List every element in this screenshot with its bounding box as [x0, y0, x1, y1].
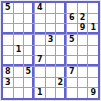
cell-r6c4[interactable]: 7 — [35, 56, 45, 66]
cell-r9c7[interactable] — [67, 88, 77, 98]
cell-r9c4[interactable]: 1 — [35, 88, 45, 98]
cell-r5c5[interactable] — [46, 46, 56, 56]
cell-r5c8[interactable] — [78, 46, 88, 56]
cell-r2c7[interactable]: 6 — [67, 14, 77, 24]
cell-r8c7[interactable] — [67, 78, 77, 88]
cell-r1c6[interactable] — [56, 3, 66, 13]
cell-r6c8[interactable] — [78, 56, 88, 66]
cell-r9c1[interactable] — [3, 88, 13, 98]
cell-r3c9[interactable]: 1 — [88, 24, 98, 34]
cell-r3c4[interactable] — [35, 24, 45, 34]
cell-r3c8[interactable]: 9 — [78, 24, 88, 34]
cell-r4c4[interactable] — [35, 35, 45, 45]
cell-r7c4[interactable] — [35, 67, 45, 77]
cell-r8c5[interactable] — [46, 78, 56, 88]
cell-r2c5[interactable] — [46, 14, 56, 24]
cell-r4c2[interactable] — [14, 35, 24, 45]
cell-r6c6[interactable] — [56, 56, 66, 66]
cell-r8c1[interactable]: 3 — [3, 78, 13, 88]
cell-r4c6[interactable] — [56, 35, 66, 45]
cell-r3c2[interactable] — [14, 24, 24, 34]
cell-r5c7[interactable] — [67, 46, 77, 56]
cell-r4c7[interactable]: 5 — [67, 35, 77, 45]
cell-r6c5[interactable] — [46, 56, 56, 66]
cell-r8c6[interactable]: 2 — [56, 78, 66, 88]
cell-r1c8[interactable] — [78, 3, 88, 13]
cell-r4c1[interactable] — [3, 35, 13, 45]
cell-r5c4[interactable] — [35, 46, 45, 56]
sudoku-board: 54629135178573219 — [0, 0, 101, 101]
cell-r1c9[interactable] — [88, 3, 98, 13]
cell-r6c7[interactable] — [67, 56, 77, 66]
cell-r1c7[interactable] — [67, 3, 77, 13]
cell-r2c3[interactable] — [24, 14, 34, 24]
cell-r4c9[interactable] — [88, 35, 98, 45]
cell-r4c8[interactable] — [78, 35, 88, 45]
cell-r8c9[interactable] — [88, 78, 98, 88]
cell-r4c3[interactable] — [24, 35, 34, 45]
cell-r3c1[interactable] — [3, 24, 13, 34]
cell-r8c3[interactable] — [24, 78, 34, 88]
cell-r5c6[interactable] — [56, 46, 66, 56]
cell-r7c3[interactable]: 5 — [24, 67, 34, 77]
cell-r9c9[interactable]: 9 — [88, 88, 98, 98]
cell-r2c6[interactable] — [56, 14, 66, 24]
cell-r2c9[interactable] — [88, 14, 98, 24]
cell-r3c6[interactable] — [56, 24, 66, 34]
cell-r6c1[interactable] — [3, 56, 13, 66]
cell-r7c8[interactable] — [78, 67, 88, 77]
cell-r7c2[interactable] — [14, 67, 24, 77]
cell-r2c1[interactable] — [3, 14, 13, 24]
cell-r6c3[interactable] — [24, 56, 34, 66]
cell-r9c2[interactable] — [14, 88, 24, 98]
cell-r7c6[interactable] — [56, 67, 66, 77]
cell-r9c8[interactable] — [78, 88, 88, 98]
cell-r3c3[interactable] — [24, 24, 34, 34]
cell-r1c2[interactable] — [14, 3, 24, 13]
cell-r1c5[interactable] — [46, 3, 56, 13]
cell-r2c8[interactable]: 2 — [78, 14, 88, 24]
cell-r7c7[interactable]: 7 — [67, 67, 77, 77]
cell-r9c6[interactable] — [56, 88, 66, 98]
cell-r7c9[interactable] — [88, 67, 98, 77]
cell-r7c5[interactable] — [46, 67, 56, 77]
cell-r3c5[interactable] — [46, 24, 56, 34]
cell-r4c5[interactable]: 3 — [46, 35, 56, 45]
cell-r1c3[interactable] — [24, 3, 34, 13]
cell-r9c5[interactable] — [46, 88, 56, 98]
cell-r9c3[interactable] — [24, 88, 34, 98]
sudoku-grid: 54629135178573219 — [3, 3, 98, 98]
cell-r5c3[interactable] — [24, 46, 34, 56]
cell-r2c4[interactable] — [35, 14, 45, 24]
cell-r6c2[interactable] — [14, 56, 24, 66]
cell-r8c8[interactable] — [78, 78, 88, 88]
cell-r3c7[interactable] — [67, 24, 77, 34]
cell-r7c1[interactable]: 8 — [3, 67, 13, 77]
cell-r1c4[interactable]: 4 — [35, 3, 45, 13]
cell-r2c2[interactable] — [14, 14, 24, 24]
cell-r1c1[interactable]: 5 — [3, 3, 13, 13]
cell-r8c2[interactable] — [14, 78, 24, 88]
cell-r8c4[interactable] — [35, 78, 45, 88]
cell-r5c9[interactable] — [88, 46, 98, 56]
cell-r6c9[interactable] — [88, 56, 98, 66]
cell-r5c2[interactable]: 1 — [14, 46, 24, 56]
cell-r5c1[interactable] — [3, 46, 13, 56]
